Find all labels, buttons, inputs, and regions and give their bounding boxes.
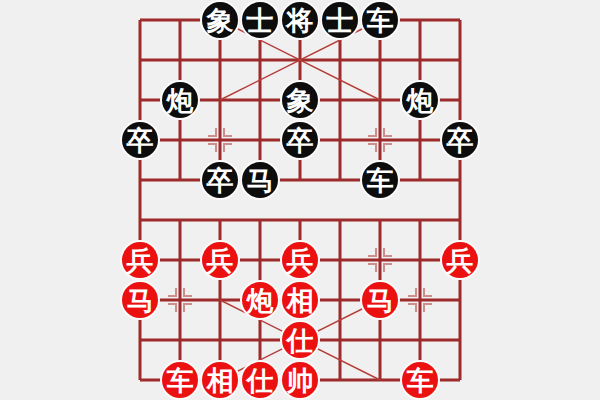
piece-red-king[interactable]: 帅: [280, 360, 320, 400]
piece-black-cannon[interactable]: 炮: [400, 80, 440, 120]
piece-red-horse[interactable]: 马: [360, 280, 400, 320]
xiangqi-board[interactable]: 象士将士车炮象炮卒卒卒卒马车兵兵兵兵马炮相马仕车相仕帅车: [0, 0, 600, 400]
piece-grid[interactable]: 象士将士车炮象炮卒卒卒卒马车兵兵兵兵马炮相马仕车相仕帅车: [120, 0, 480, 400]
piece-red-elephant[interactable]: 相: [200, 360, 240, 400]
piece-black-pawn[interactable]: 卒: [280, 120, 320, 160]
piece-red-advisor[interactable]: 仕: [280, 320, 320, 360]
piece-black-cannon[interactable]: 炮: [160, 80, 200, 120]
piece-black-horse[interactable]: 马: [240, 160, 280, 200]
piece-red-advisor[interactable]: 仕: [240, 360, 280, 400]
piece-red-horse[interactable]: 马: [120, 280, 160, 320]
piece-black-king[interactable]: 将: [280, 0, 320, 40]
piece-red-pawn[interactable]: 兵: [440, 240, 480, 280]
piece-black-advisor[interactable]: 士: [240, 0, 280, 40]
piece-black-chariot[interactable]: 车: [360, 0, 400, 40]
piece-black-pawn[interactable]: 卒: [200, 160, 240, 200]
piece-red-pawn[interactable]: 兵: [200, 240, 240, 280]
piece-black-elephant[interactable]: 象: [280, 80, 320, 120]
piece-red-pawn[interactable]: 兵: [120, 240, 160, 280]
piece-red-chariot[interactable]: 车: [400, 360, 440, 400]
piece-black-pawn[interactable]: 卒: [120, 120, 160, 160]
piece-black-elephant[interactable]: 象: [200, 0, 240, 40]
piece-black-chariot[interactable]: 车: [360, 160, 400, 200]
piece-red-elephant[interactable]: 相: [280, 280, 320, 320]
piece-black-advisor[interactable]: 士: [320, 0, 360, 40]
piece-red-chariot[interactable]: 车: [160, 360, 200, 400]
piece-black-pawn[interactable]: 卒: [440, 120, 480, 160]
piece-red-pawn[interactable]: 兵: [280, 240, 320, 280]
piece-red-cannon[interactable]: 炮: [240, 280, 280, 320]
